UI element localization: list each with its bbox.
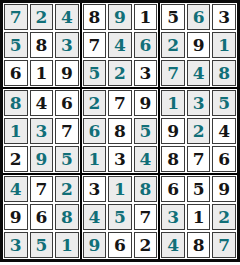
cell-r5c1[interactable]: 1: [4, 118, 28, 144]
cell-r2c4[interactable]: 7: [83, 32, 107, 58]
cell-r9c3[interactable]: 1: [55, 232, 79, 258]
cell-r7c9[interactable]: 9: [212, 176, 236, 202]
cell-r9c8[interactable]: 8: [187, 232, 211, 258]
cell-r2c7[interactable]: 2: [161, 32, 185, 58]
cell-r1c6[interactable]: 1: [134, 4, 158, 30]
cell-r3c4[interactable]: 5: [83, 60, 107, 86]
cell-r1c2[interactable]: 2: [30, 4, 54, 30]
cell-r8c5[interactable]: 5: [108, 204, 132, 230]
cell-r6c1[interactable]: 2: [4, 146, 28, 172]
cell-r8c3[interactable]: 8: [55, 204, 79, 230]
cell-r3c7[interactable]: 7: [161, 60, 185, 86]
cell-r4c1[interactable]: 8: [4, 90, 28, 116]
cell-r5c3[interactable]: 7: [55, 118, 79, 144]
sudoku-board: 7245836198917465235632917488461372952796…: [0, 0, 240, 262]
cell-r6c2[interactable]: 9: [30, 146, 54, 172]
cell-r2c1[interactable]: 5: [4, 32, 28, 58]
cell-r9c7[interactable]: 4: [161, 232, 185, 258]
cell-r9c4[interactable]: 9: [83, 232, 107, 258]
cell-r4c2[interactable]: 4: [30, 90, 54, 116]
cell-r7c7[interactable]: 6: [161, 176, 185, 202]
cell-r7c6[interactable]: 8: [134, 176, 158, 202]
cell-r6c6[interactable]: 4: [134, 146, 158, 172]
cell-r1c9[interactable]: 3: [212, 4, 236, 30]
cell-r4c3[interactable]: 6: [55, 90, 79, 116]
cell-r1c7[interactable]: 5: [161, 4, 185, 30]
block-3-1: 472968351: [3, 175, 80, 259]
cell-r4c6[interactable]: 9: [134, 90, 158, 116]
cell-r6c8[interactable]: 7: [187, 146, 211, 172]
cell-r2c3[interactable]: 3: [55, 32, 79, 58]
cell-r3c8[interactable]: 4: [187, 60, 211, 86]
cell-r1c5[interactable]: 9: [108, 4, 132, 30]
cell-r9c5[interactable]: 6: [108, 232, 132, 258]
cell-r3c6[interactable]: 3: [134, 60, 158, 86]
cell-r2c9[interactable]: 1: [212, 32, 236, 58]
cell-r8c8[interactable]: 1: [187, 204, 211, 230]
block-2-1: 846137295: [3, 89, 80, 173]
cell-r8c6[interactable]: 7: [134, 204, 158, 230]
cell-r5c4[interactable]: 6: [83, 118, 107, 144]
cell-r8c9[interactable]: 2: [212, 204, 236, 230]
cell-r7c2[interactable]: 7: [30, 176, 54, 202]
cell-r5c5[interactable]: 8: [108, 118, 132, 144]
block-3-3: 659312487: [160, 175, 237, 259]
cell-r4c4[interactable]: 2: [83, 90, 107, 116]
cell-r4c8[interactable]: 3: [187, 90, 211, 116]
cell-r9c9[interactable]: 7: [212, 232, 236, 258]
cell-r8c4[interactable]: 4: [83, 204, 107, 230]
cell-r4c7[interactable]: 1: [161, 90, 185, 116]
cell-r5c9[interactable]: 4: [212, 118, 236, 144]
cell-r1c8[interactable]: 6: [187, 4, 211, 30]
block-1-2: 891746523: [82, 3, 159, 87]
cell-r7c4[interactable]: 3: [83, 176, 107, 202]
cell-r7c1[interactable]: 4: [4, 176, 28, 202]
cell-r6c3[interactable]: 5: [55, 146, 79, 172]
cell-r5c2[interactable]: 3: [30, 118, 54, 144]
cell-r3c9[interactable]: 8: [212, 60, 236, 86]
cell-r7c3[interactable]: 2: [55, 176, 79, 202]
cell-r5c8[interactable]: 2: [187, 118, 211, 144]
cell-r9c6[interactable]: 2: [134, 232, 158, 258]
block-2-2: 279685134: [82, 89, 159, 173]
cell-r1c3[interactable]: 4: [55, 4, 79, 30]
cell-r8c1[interactable]: 9: [4, 204, 28, 230]
cell-r8c7[interactable]: 3: [161, 204, 185, 230]
cell-r3c5[interactable]: 2: [108, 60, 132, 86]
cell-r6c4[interactable]: 1: [83, 146, 107, 172]
block-3-2: 318457962: [82, 175, 159, 259]
cell-r8c2[interactable]: 6: [30, 204, 54, 230]
block-1-3: 563291748: [160, 3, 237, 87]
cell-r5c7[interactable]: 9: [161, 118, 185, 144]
cell-r7c5[interactable]: 1: [108, 176, 132, 202]
block-2-3: 135924876: [160, 89, 237, 173]
cell-r1c1[interactable]: 7: [4, 4, 28, 30]
cell-r3c3[interactable]: 9: [55, 60, 79, 86]
cell-r4c5[interactable]: 7: [108, 90, 132, 116]
cell-r7c8[interactable]: 5: [187, 176, 211, 202]
cell-r9c2[interactable]: 5: [30, 232, 54, 258]
cell-r2c6[interactable]: 6: [134, 32, 158, 58]
cell-r3c2[interactable]: 1: [30, 60, 54, 86]
cell-r9c1[interactable]: 3: [4, 232, 28, 258]
cell-r3c1[interactable]: 6: [4, 60, 28, 86]
cell-r6c5[interactable]: 3: [108, 146, 132, 172]
block-1-1: 724583619: [3, 3, 80, 87]
cell-r2c8[interactable]: 9: [187, 32, 211, 58]
cell-r5c6[interactable]: 5: [134, 118, 158, 144]
cell-r2c2[interactable]: 8: [30, 32, 54, 58]
cell-r1c4[interactable]: 8: [83, 4, 107, 30]
cell-r2c5[interactable]: 4: [108, 32, 132, 58]
cell-r6c9[interactable]: 6: [212, 146, 236, 172]
cell-r4c9[interactable]: 5: [212, 90, 236, 116]
cell-r6c7[interactable]: 8: [161, 146, 185, 172]
